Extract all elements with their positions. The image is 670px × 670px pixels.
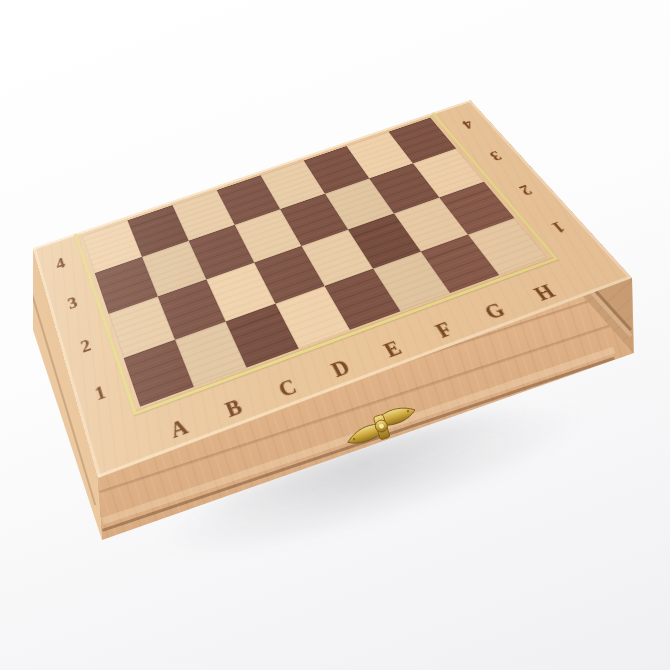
clasp-icon <box>337 395 427 462</box>
product-photo-stage: ABCDEFGH 4321 4321 <box>0 0 670 670</box>
brass-clasp <box>337 395 427 462</box>
